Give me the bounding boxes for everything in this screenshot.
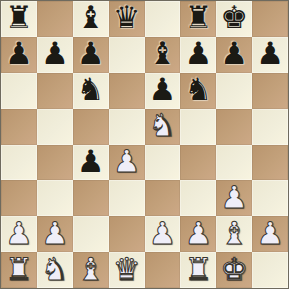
square-d3[interactable] [109, 180, 145, 216]
piece-black-pawn[interactable]: ♟ [41, 38, 69, 69]
piece-black-king[interactable]: ♚ [220, 2, 248, 33]
square-c7[interactable]: ♟ [73, 37, 109, 73]
square-c8[interactable]: ♝ [73, 1, 109, 37]
piece-white-pawn[interactable]: ♟ [41, 218, 69, 249]
square-h6[interactable] [252, 73, 288, 109]
piece-white-pawn[interactable]: ♟ [184, 218, 212, 249]
piece-white-knight[interactable]: ♞ [149, 110, 177, 141]
square-g2[interactable]: ♝ [216, 216, 252, 252]
square-d6[interactable] [109, 73, 145, 109]
square-a8[interactable]: ♜ [1, 1, 37, 37]
piece-black-queen[interactable]: ♛ [113, 2, 141, 33]
square-f6[interactable]: ♞ [180, 73, 216, 109]
square-h4[interactable] [252, 145, 288, 181]
square-b4[interactable] [37, 145, 73, 181]
square-f3[interactable] [180, 180, 216, 216]
square-a7[interactable]: ♟ [1, 37, 37, 73]
piece-white-pawn[interactable]: ♟ [5, 218, 33, 249]
square-h5[interactable] [252, 109, 288, 145]
piece-white-rook[interactable]: ♜ [184, 254, 212, 285]
square-h8[interactable] [252, 1, 288, 37]
piece-white-pawn[interactable]: ♟ [256, 218, 284, 249]
square-b1[interactable]: ♞ [37, 252, 73, 288]
square-a5[interactable] [1, 109, 37, 145]
square-d1[interactable]: ♛ [109, 252, 145, 288]
square-a4[interactable] [1, 145, 37, 181]
square-e5[interactable]: ♞ [145, 109, 181, 145]
square-h1[interactable] [252, 252, 288, 288]
square-c3[interactable] [73, 180, 109, 216]
square-e8[interactable] [145, 1, 181, 37]
square-g6[interactable] [216, 73, 252, 109]
square-g1[interactable]: ♚ [216, 252, 252, 288]
piece-black-knight[interactable]: ♞ [77, 74, 105, 105]
square-h3[interactable] [252, 180, 288, 216]
square-b3[interactable] [37, 180, 73, 216]
square-e6[interactable]: ♟ [145, 73, 181, 109]
square-f8[interactable]: ♜ [180, 1, 216, 37]
square-g3[interactable]: ♟ [216, 180, 252, 216]
square-f1[interactable]: ♜ [180, 252, 216, 288]
square-e2[interactable]: ♟ [145, 216, 181, 252]
square-c6[interactable]: ♞ [73, 73, 109, 109]
piece-black-pawn[interactable]: ♟ [184, 38, 212, 69]
chess-board: ♜♝♛♜♚♟♟♟♝♟♟♟♞♟♞♞♟♟♟♟♟♟♟♝♟♜♞♝♛♜♚ [0, 0, 289, 289]
piece-white-bishop[interactable]: ♝ [77, 254, 105, 285]
square-d7[interactable] [109, 37, 145, 73]
square-b2[interactable]: ♟ [37, 216, 73, 252]
piece-white-queen[interactable]: ♛ [113, 254, 141, 285]
piece-black-pawn[interactable]: ♟ [149, 74, 177, 105]
square-a2[interactable]: ♟ [1, 216, 37, 252]
square-g4[interactable] [216, 145, 252, 181]
square-f4[interactable] [180, 145, 216, 181]
piece-black-bishop[interactable]: ♝ [77, 2, 105, 33]
square-c4[interactable]: ♟ [73, 145, 109, 181]
square-d4[interactable]: ♟ [109, 145, 145, 181]
square-b8[interactable] [37, 1, 73, 37]
square-f2[interactable]: ♟ [180, 216, 216, 252]
piece-black-pawn[interactable]: ♟ [256, 38, 284, 69]
square-g5[interactable] [216, 109, 252, 145]
piece-white-bishop[interactable]: ♝ [220, 218, 248, 249]
square-e3[interactable] [145, 180, 181, 216]
piece-white-knight[interactable]: ♞ [41, 254, 69, 285]
piece-white-rook[interactable]: ♜ [5, 254, 33, 285]
square-e4[interactable] [145, 145, 181, 181]
square-d2[interactable] [109, 216, 145, 252]
piece-white-pawn[interactable]: ♟ [220, 182, 248, 213]
square-h7[interactable]: ♟ [252, 37, 288, 73]
square-c1[interactable]: ♝ [73, 252, 109, 288]
square-f5[interactable] [180, 109, 216, 145]
piece-black-pawn[interactable]: ♟ [5, 38, 33, 69]
piece-black-rook[interactable]: ♜ [184, 2, 212, 33]
square-g7[interactable]: ♟ [216, 37, 252, 73]
square-a6[interactable] [1, 73, 37, 109]
square-f7[interactable]: ♟ [180, 37, 216, 73]
piece-white-king[interactable]: ♚ [220, 254, 248, 285]
square-d5[interactable] [109, 109, 145, 145]
piece-black-knight[interactable]: ♞ [184, 74, 212, 105]
piece-black-pawn[interactable]: ♟ [220, 38, 248, 69]
square-g8[interactable]: ♚ [216, 1, 252, 37]
piece-black-pawn[interactable]: ♟ [77, 38, 105, 69]
square-h2[interactable]: ♟ [252, 216, 288, 252]
piece-black-pawn[interactable]: ♟ [77, 146, 105, 177]
square-e7[interactable]: ♝ [145, 37, 181, 73]
square-e1[interactable] [145, 252, 181, 288]
piece-black-bishop[interactable]: ♝ [149, 38, 177, 69]
piece-white-pawn[interactable]: ♟ [113, 146, 141, 177]
square-b6[interactable] [37, 73, 73, 109]
piece-white-pawn[interactable]: ♟ [149, 218, 177, 249]
square-a1[interactable]: ♜ [1, 252, 37, 288]
piece-black-rook[interactable]: ♜ [5, 2, 33, 33]
square-d8[interactable]: ♛ [109, 1, 145, 37]
square-c5[interactable] [73, 109, 109, 145]
square-b7[interactable]: ♟ [37, 37, 73, 73]
square-c2[interactable] [73, 216, 109, 252]
square-a3[interactable] [1, 180, 37, 216]
square-b5[interactable] [37, 109, 73, 145]
